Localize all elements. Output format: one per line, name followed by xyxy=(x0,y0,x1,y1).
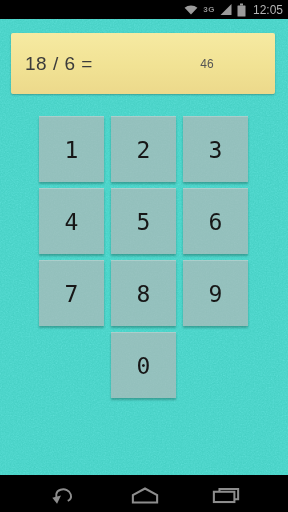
home-icon xyxy=(131,487,159,504)
equation-text: 18 / 6 = xyxy=(25,53,93,75)
recents-icon xyxy=(212,487,240,504)
recents-button[interactable] xyxy=(210,484,242,508)
problem-card: 18 / 6 = 46 xyxy=(11,33,275,94)
key-3[interactable]: 3 xyxy=(183,116,248,182)
app-area: 18 / 6 = 46 1 2 3 4 5 6 7 8 9 0 xyxy=(0,19,288,475)
back-button[interactable] xyxy=(48,484,80,508)
home-button[interactable] xyxy=(129,484,161,508)
key-2[interactable]: 2 xyxy=(111,116,176,182)
key-6[interactable]: 6 xyxy=(183,188,248,254)
navigation-bar xyxy=(0,475,288,512)
answer-display: 46 xyxy=(191,57,223,71)
status-bar-clock: 12:05 xyxy=(253,3,283,17)
key-1[interactable]: 1 xyxy=(39,116,104,182)
numeric-keypad: 1 2 3 4 5 6 7 8 9 0 xyxy=(39,116,248,398)
back-icon xyxy=(51,485,77,507)
key-9[interactable]: 9 xyxy=(183,260,248,326)
phone-screen: 3G 12:05 18 / 6 = 46 1 2 3 4 xyxy=(0,0,288,512)
key-5[interactable]: 5 xyxy=(111,188,176,254)
signal-strength-icon xyxy=(220,4,232,15)
network-type-label: 3G xyxy=(203,5,215,14)
key-7[interactable]: 7 xyxy=(39,260,104,326)
key-0[interactable]: 0 xyxy=(111,332,176,398)
battery-icon xyxy=(237,3,246,17)
key-8[interactable]: 8 xyxy=(111,260,176,326)
status-bar: 3G 12:05 xyxy=(0,0,288,19)
key-4[interactable]: 4 xyxy=(39,188,104,254)
wifi-icon xyxy=(184,4,198,15)
